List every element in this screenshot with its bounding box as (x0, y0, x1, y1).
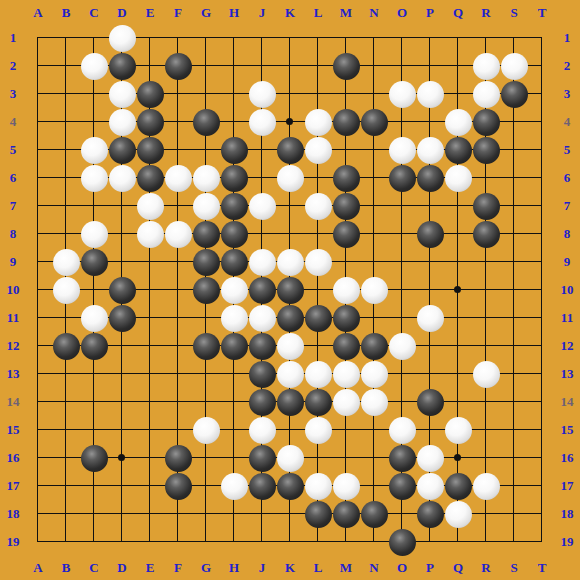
point-H8[interactable] (220, 220, 248, 248)
point-G12[interactable] (192, 332, 220, 360)
point-M14[interactable] (332, 388, 360, 416)
point-K10[interactable] (276, 276, 304, 304)
point-J15[interactable] (248, 416, 276, 444)
point-N15[interactable] (360, 416, 388, 444)
point-C4[interactable] (80, 108, 108, 136)
point-E1[interactable] (136, 24, 164, 52)
point-O4[interactable] (388, 108, 416, 136)
point-H19[interactable] (220, 528, 248, 556)
point-R11[interactable] (472, 304, 500, 332)
point-M11[interactable] (332, 304, 360, 332)
point-P16[interactable] (416, 444, 444, 472)
point-D11[interactable] (108, 304, 136, 332)
point-O9[interactable] (388, 248, 416, 276)
point-Q9[interactable] (444, 248, 472, 276)
point-O6[interactable] (388, 164, 416, 192)
point-A9[interactable] (24, 248, 52, 276)
point-K15[interactable] (276, 416, 304, 444)
point-K7[interactable] (276, 192, 304, 220)
point-L14[interactable] (304, 388, 332, 416)
point-M13[interactable] (332, 360, 360, 388)
point-A1[interactable] (24, 24, 52, 52)
point-E19[interactable] (136, 528, 164, 556)
point-H14[interactable] (220, 388, 248, 416)
point-S11[interactable] (500, 304, 528, 332)
point-P17[interactable] (416, 472, 444, 500)
point-F17[interactable] (164, 472, 192, 500)
point-D9[interactable] (108, 248, 136, 276)
point-K8[interactable] (276, 220, 304, 248)
point-G2[interactable] (192, 52, 220, 80)
point-Q11[interactable] (444, 304, 472, 332)
point-M6[interactable] (332, 164, 360, 192)
point-Q10[interactable] (444, 276, 472, 304)
point-A10[interactable] (24, 276, 52, 304)
point-T9[interactable] (528, 248, 556, 276)
point-F8[interactable] (164, 220, 192, 248)
point-F9[interactable] (164, 248, 192, 276)
point-G8[interactable] (192, 220, 220, 248)
point-Q14[interactable] (444, 388, 472, 416)
point-N14[interactable] (360, 388, 388, 416)
point-A11[interactable] (24, 304, 52, 332)
point-O13[interactable] (388, 360, 416, 388)
point-P11[interactable] (416, 304, 444, 332)
point-N11[interactable] (360, 304, 388, 332)
point-M1[interactable] (332, 24, 360, 52)
point-D4[interactable] (108, 108, 136, 136)
point-C17[interactable] (80, 472, 108, 500)
point-G7[interactable] (192, 192, 220, 220)
point-N10[interactable] (360, 276, 388, 304)
point-N19[interactable] (360, 528, 388, 556)
point-D2[interactable] (108, 52, 136, 80)
point-A2[interactable] (24, 52, 52, 80)
point-H2[interactable] (220, 52, 248, 80)
point-E3[interactable] (136, 80, 164, 108)
point-N5[interactable] (360, 136, 388, 164)
point-T3[interactable] (528, 80, 556, 108)
point-J16[interactable] (248, 444, 276, 472)
point-N7[interactable] (360, 192, 388, 220)
point-B3[interactable] (52, 80, 80, 108)
point-K2[interactable] (276, 52, 304, 80)
point-E17[interactable] (136, 472, 164, 500)
point-C16[interactable] (80, 444, 108, 472)
point-T1[interactable] (528, 24, 556, 52)
point-L12[interactable] (304, 332, 332, 360)
point-A19[interactable] (24, 528, 52, 556)
point-D8[interactable] (108, 220, 136, 248)
point-F7[interactable] (164, 192, 192, 220)
point-Q16[interactable] (444, 444, 472, 472)
point-P7[interactable] (416, 192, 444, 220)
point-R6[interactable] (472, 164, 500, 192)
point-D14[interactable] (108, 388, 136, 416)
point-E11[interactable] (136, 304, 164, 332)
point-D10[interactable] (108, 276, 136, 304)
point-O12[interactable] (388, 332, 416, 360)
point-H15[interactable] (220, 416, 248, 444)
point-F15[interactable] (164, 416, 192, 444)
point-C10[interactable] (80, 276, 108, 304)
point-H18[interactable] (220, 500, 248, 528)
point-R4[interactable] (472, 108, 500, 136)
point-M12[interactable] (332, 332, 360, 360)
point-J1[interactable] (248, 24, 276, 52)
point-B5[interactable] (52, 136, 80, 164)
point-G13[interactable] (192, 360, 220, 388)
point-M18[interactable] (332, 500, 360, 528)
point-C1[interactable] (80, 24, 108, 52)
point-B9[interactable] (52, 248, 80, 276)
point-G9[interactable] (192, 248, 220, 276)
point-C6[interactable] (80, 164, 108, 192)
point-N4[interactable] (360, 108, 388, 136)
point-B17[interactable] (52, 472, 80, 500)
point-Q8[interactable] (444, 220, 472, 248)
point-T2[interactable] (528, 52, 556, 80)
point-A17[interactable] (24, 472, 52, 500)
point-H17[interactable] (220, 472, 248, 500)
point-M19[interactable] (332, 528, 360, 556)
point-M17[interactable] (332, 472, 360, 500)
point-J13[interactable] (248, 360, 276, 388)
point-K9[interactable] (276, 248, 304, 276)
point-H10[interactable] (220, 276, 248, 304)
point-B2[interactable] (52, 52, 80, 80)
point-R8[interactable] (472, 220, 500, 248)
point-Q4[interactable] (444, 108, 472, 136)
point-R10[interactable] (472, 276, 500, 304)
point-Q17[interactable] (444, 472, 472, 500)
point-E9[interactable] (136, 248, 164, 276)
point-H5[interactable] (220, 136, 248, 164)
point-P3[interactable] (416, 80, 444, 108)
point-H1[interactable] (220, 24, 248, 52)
point-Q3[interactable] (444, 80, 472, 108)
point-M2[interactable] (332, 52, 360, 80)
point-K17[interactable] (276, 472, 304, 500)
point-O8[interactable] (388, 220, 416, 248)
point-A18[interactable] (24, 500, 52, 528)
point-G14[interactable] (192, 388, 220, 416)
point-B13[interactable] (52, 360, 80, 388)
point-L3[interactable] (304, 80, 332, 108)
point-P1[interactable] (416, 24, 444, 52)
point-S9[interactable] (500, 248, 528, 276)
point-T17[interactable] (528, 472, 556, 500)
point-H6[interactable] (220, 164, 248, 192)
point-M15[interactable] (332, 416, 360, 444)
point-G15[interactable] (192, 416, 220, 444)
point-B10[interactable] (52, 276, 80, 304)
point-S17[interactable] (500, 472, 528, 500)
point-E16[interactable] (136, 444, 164, 472)
point-F14[interactable] (164, 388, 192, 416)
point-T8[interactable] (528, 220, 556, 248)
point-E5[interactable] (136, 136, 164, 164)
point-O14[interactable] (388, 388, 416, 416)
point-O1[interactable] (388, 24, 416, 52)
point-B7[interactable] (52, 192, 80, 220)
point-D17[interactable] (108, 472, 136, 500)
point-P6[interactable] (416, 164, 444, 192)
point-M9[interactable] (332, 248, 360, 276)
point-B16[interactable] (52, 444, 80, 472)
point-B14[interactable] (52, 388, 80, 416)
point-G10[interactable] (192, 276, 220, 304)
point-Q7[interactable] (444, 192, 472, 220)
point-C11[interactable] (80, 304, 108, 332)
point-F16[interactable] (164, 444, 192, 472)
point-R18[interactable] (472, 500, 500, 528)
point-P9[interactable] (416, 248, 444, 276)
point-N17[interactable] (360, 472, 388, 500)
point-J11[interactable] (248, 304, 276, 332)
point-O15[interactable] (388, 416, 416, 444)
point-O3[interactable] (388, 80, 416, 108)
point-R19[interactable] (472, 528, 500, 556)
point-D19[interactable] (108, 528, 136, 556)
point-S3[interactable] (500, 80, 528, 108)
point-G18[interactable] (192, 500, 220, 528)
point-B6[interactable] (52, 164, 80, 192)
point-F12[interactable] (164, 332, 192, 360)
point-Q2[interactable] (444, 52, 472, 80)
point-C7[interactable] (80, 192, 108, 220)
point-B19[interactable] (52, 528, 80, 556)
point-M7[interactable] (332, 192, 360, 220)
point-B1[interactable] (52, 24, 80, 52)
point-D7[interactable] (108, 192, 136, 220)
point-S10[interactable] (500, 276, 528, 304)
point-J2[interactable] (248, 52, 276, 80)
point-G19[interactable] (192, 528, 220, 556)
point-T12[interactable] (528, 332, 556, 360)
point-J12[interactable] (248, 332, 276, 360)
point-P13[interactable] (416, 360, 444, 388)
point-M10[interactable] (332, 276, 360, 304)
point-K18[interactable] (276, 500, 304, 528)
point-E12[interactable] (136, 332, 164, 360)
point-F4[interactable] (164, 108, 192, 136)
point-A8[interactable] (24, 220, 52, 248)
point-A16[interactable] (24, 444, 52, 472)
point-P14[interactable] (416, 388, 444, 416)
point-O18[interactable] (388, 500, 416, 528)
point-H11[interactable] (220, 304, 248, 332)
point-L9[interactable] (304, 248, 332, 276)
point-E2[interactable] (136, 52, 164, 80)
point-E4[interactable] (136, 108, 164, 136)
point-F1[interactable] (164, 24, 192, 52)
point-A5[interactable] (24, 136, 52, 164)
point-N12[interactable] (360, 332, 388, 360)
point-O17[interactable] (388, 472, 416, 500)
point-N3[interactable] (360, 80, 388, 108)
point-D1[interactable] (108, 24, 136, 52)
point-L10[interactable] (304, 276, 332, 304)
point-G11[interactable] (192, 304, 220, 332)
point-L5[interactable] (304, 136, 332, 164)
point-Q19[interactable] (444, 528, 472, 556)
point-M5[interactable] (332, 136, 360, 164)
point-J7[interactable] (248, 192, 276, 220)
point-A7[interactable] (24, 192, 52, 220)
point-M4[interactable] (332, 108, 360, 136)
point-F18[interactable] (164, 500, 192, 528)
point-G3[interactable] (192, 80, 220, 108)
point-K6[interactable] (276, 164, 304, 192)
point-A13[interactable] (24, 360, 52, 388)
point-P18[interactable] (416, 500, 444, 528)
point-L19[interactable] (304, 528, 332, 556)
point-F10[interactable] (164, 276, 192, 304)
point-R1[interactable] (472, 24, 500, 52)
point-G17[interactable] (192, 472, 220, 500)
point-O5[interactable] (388, 136, 416, 164)
point-K19[interactable] (276, 528, 304, 556)
point-K1[interactable] (276, 24, 304, 52)
point-J5[interactable] (248, 136, 276, 164)
point-S14[interactable] (500, 388, 528, 416)
point-P8[interactable] (416, 220, 444, 248)
point-P12[interactable] (416, 332, 444, 360)
point-N1[interactable] (360, 24, 388, 52)
point-R13[interactable] (472, 360, 500, 388)
point-J8[interactable] (248, 220, 276, 248)
point-T19[interactable] (528, 528, 556, 556)
point-S15[interactable] (500, 416, 528, 444)
point-T15[interactable] (528, 416, 556, 444)
point-J9[interactable] (248, 248, 276, 276)
point-B15[interactable] (52, 416, 80, 444)
point-C8[interactable] (80, 220, 108, 248)
point-T7[interactable] (528, 192, 556, 220)
point-T16[interactable] (528, 444, 556, 472)
point-B11[interactable] (52, 304, 80, 332)
point-G16[interactable] (192, 444, 220, 472)
point-O2[interactable] (388, 52, 416, 80)
point-N9[interactable] (360, 248, 388, 276)
point-S2[interactable] (500, 52, 528, 80)
point-E18[interactable] (136, 500, 164, 528)
point-E10[interactable] (136, 276, 164, 304)
point-K16[interactable] (276, 444, 304, 472)
point-J4[interactable] (248, 108, 276, 136)
point-T18[interactable] (528, 500, 556, 528)
point-E8[interactable] (136, 220, 164, 248)
point-R5[interactable] (472, 136, 500, 164)
point-E14[interactable] (136, 388, 164, 416)
point-Q1[interactable] (444, 24, 472, 52)
point-G4[interactable] (192, 108, 220, 136)
point-S18[interactable] (500, 500, 528, 528)
point-A3[interactable] (24, 80, 52, 108)
point-F5[interactable] (164, 136, 192, 164)
point-R14[interactable] (472, 388, 500, 416)
point-D5[interactable] (108, 136, 136, 164)
point-S12[interactable] (500, 332, 528, 360)
point-D18[interactable] (108, 500, 136, 528)
point-L15[interactable] (304, 416, 332, 444)
point-T14[interactable] (528, 388, 556, 416)
point-D6[interactable] (108, 164, 136, 192)
point-R16[interactable] (472, 444, 500, 472)
point-F19[interactable] (164, 528, 192, 556)
point-O11[interactable] (388, 304, 416, 332)
point-L18[interactable] (304, 500, 332, 528)
point-A6[interactable] (24, 164, 52, 192)
point-A4[interactable] (24, 108, 52, 136)
point-Q12[interactable] (444, 332, 472, 360)
point-Q18[interactable] (444, 500, 472, 528)
point-B18[interactable] (52, 500, 80, 528)
point-F6[interactable] (164, 164, 192, 192)
point-K4[interactable] (276, 108, 304, 136)
point-H16[interactable] (220, 444, 248, 472)
point-S6[interactable] (500, 164, 528, 192)
point-O16[interactable] (388, 444, 416, 472)
point-G6[interactable] (192, 164, 220, 192)
point-S5[interactable] (500, 136, 528, 164)
point-F13[interactable] (164, 360, 192, 388)
point-R3[interactable] (472, 80, 500, 108)
point-K14[interactable] (276, 388, 304, 416)
point-R2[interactable] (472, 52, 500, 80)
point-B8[interactable] (52, 220, 80, 248)
point-R9[interactable] (472, 248, 500, 276)
point-M3[interactable] (332, 80, 360, 108)
point-K3[interactable] (276, 80, 304, 108)
point-H12[interactable] (220, 332, 248, 360)
point-R12[interactable] (472, 332, 500, 360)
point-C5[interactable] (80, 136, 108, 164)
point-C14[interactable] (80, 388, 108, 416)
point-D3[interactable] (108, 80, 136, 108)
point-E7[interactable] (136, 192, 164, 220)
point-K11[interactable] (276, 304, 304, 332)
point-B12[interactable] (52, 332, 80, 360)
point-T11[interactable] (528, 304, 556, 332)
point-F2[interactable] (164, 52, 192, 80)
point-S7[interactable] (500, 192, 528, 220)
point-P2[interactable] (416, 52, 444, 80)
point-N13[interactable] (360, 360, 388, 388)
point-L7[interactable] (304, 192, 332, 220)
point-D15[interactable] (108, 416, 136, 444)
point-S1[interactable] (500, 24, 528, 52)
point-H7[interactable] (220, 192, 248, 220)
point-S13[interactable] (500, 360, 528, 388)
point-C2[interactable] (80, 52, 108, 80)
point-L17[interactable] (304, 472, 332, 500)
point-G1[interactable] (192, 24, 220, 52)
point-P19[interactable] (416, 528, 444, 556)
point-C9[interactable] (80, 248, 108, 276)
point-C18[interactable] (80, 500, 108, 528)
point-O19[interactable] (388, 528, 416, 556)
point-Q13[interactable] (444, 360, 472, 388)
point-B4[interactable] (52, 108, 80, 136)
point-C3[interactable] (80, 80, 108, 108)
point-E13[interactable] (136, 360, 164, 388)
point-L8[interactable] (304, 220, 332, 248)
point-N6[interactable] (360, 164, 388, 192)
point-L2[interactable] (304, 52, 332, 80)
point-Q6[interactable] (444, 164, 472, 192)
